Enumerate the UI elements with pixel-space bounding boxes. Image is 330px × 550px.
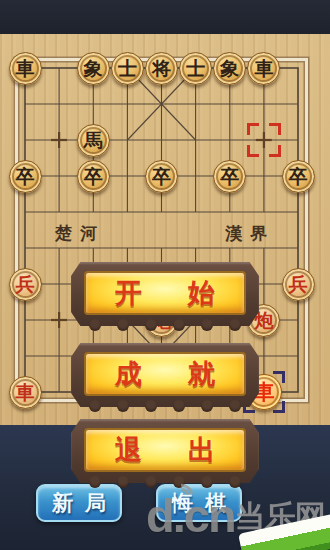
- start-button[interactable]: 开 始: [71, 262, 259, 326]
- button-scallop: [229, 476, 241, 488]
- piece-black-士[interactable]: 士: [179, 52, 212, 85]
- button-scallop: [201, 319, 213, 331]
- piece-black-象[interactable]: 象: [213, 52, 246, 85]
- button-scallop: [201, 400, 213, 412]
- piece-black-卒[interactable]: 卒: [282, 160, 315, 193]
- achievements-button[interactable]: 成 就: [71, 343, 259, 407]
- piece-black-卒[interactable]: 卒: [145, 160, 178, 193]
- button-scallop: [89, 319, 101, 331]
- top-status-bar: [0, 0, 330, 34]
- button-scallop: [89, 400, 101, 412]
- piece-black-車[interactable]: 車: [247, 52, 280, 85]
- exit-button-label2: 出: [188, 432, 215, 468]
- button-scallop: [201, 476, 213, 488]
- exit-button[interactable]: 退 出: [71, 419, 259, 483]
- new-game-button[interactable]: 新局: [36, 484, 122, 522]
- piece-red-兵[interactable]: 兵: [282, 268, 315, 301]
- button-scallop: [173, 400, 185, 412]
- piece-black-象[interactable]: 象: [77, 52, 110, 85]
- piece-red-兵[interactable]: 兵: [9, 268, 42, 301]
- button-scallop: [173, 476, 185, 488]
- button-scallop: [117, 400, 129, 412]
- button-scallop: [145, 476, 157, 488]
- piece-black-士[interactable]: 士: [111, 52, 144, 85]
- piece-black-卒[interactable]: 卒: [9, 160, 42, 193]
- button-scallop: [173, 319, 185, 331]
- achievements-button-label2: 就: [188, 356, 215, 392]
- start-button-label: 开: [115, 275, 142, 311]
- exit-button-label: 退: [115, 432, 142, 468]
- piece-black-卒[interactable]: 卒: [77, 160, 110, 193]
- undo-move-button[interactable]: 悔棋: [156, 484, 242, 522]
- button-scallop: [229, 319, 241, 331]
- app-root: 楚河 漢界 車象士将士象車馬卒卒卒卒卒兵兵炮炮車車 开 始 成 就 退 出 新局…: [0, 0, 330, 550]
- achievements-button-label: 成: [115, 356, 142, 392]
- button-scallop: [145, 319, 157, 331]
- start-button-label2: 始: [188, 275, 215, 311]
- piece-black-卒[interactable]: 卒: [213, 160, 246, 193]
- button-scallop: [145, 400, 157, 412]
- button-scallop: [229, 400, 241, 412]
- new-game-button-label: 新局: [52, 489, 118, 517]
- button-scallop: [117, 319, 129, 331]
- piece-black-車[interactable]: 車: [9, 52, 42, 85]
- undo-move-button-label: 悔棋: [172, 489, 238, 517]
- piece-black-将[interactable]: 将: [145, 52, 178, 85]
- piece-red-車[interactable]: 車: [9, 376, 42, 409]
- button-scallop: [89, 476, 101, 488]
- piece-black-馬[interactable]: 馬: [77, 124, 110, 157]
- button-scallop: [117, 476, 129, 488]
